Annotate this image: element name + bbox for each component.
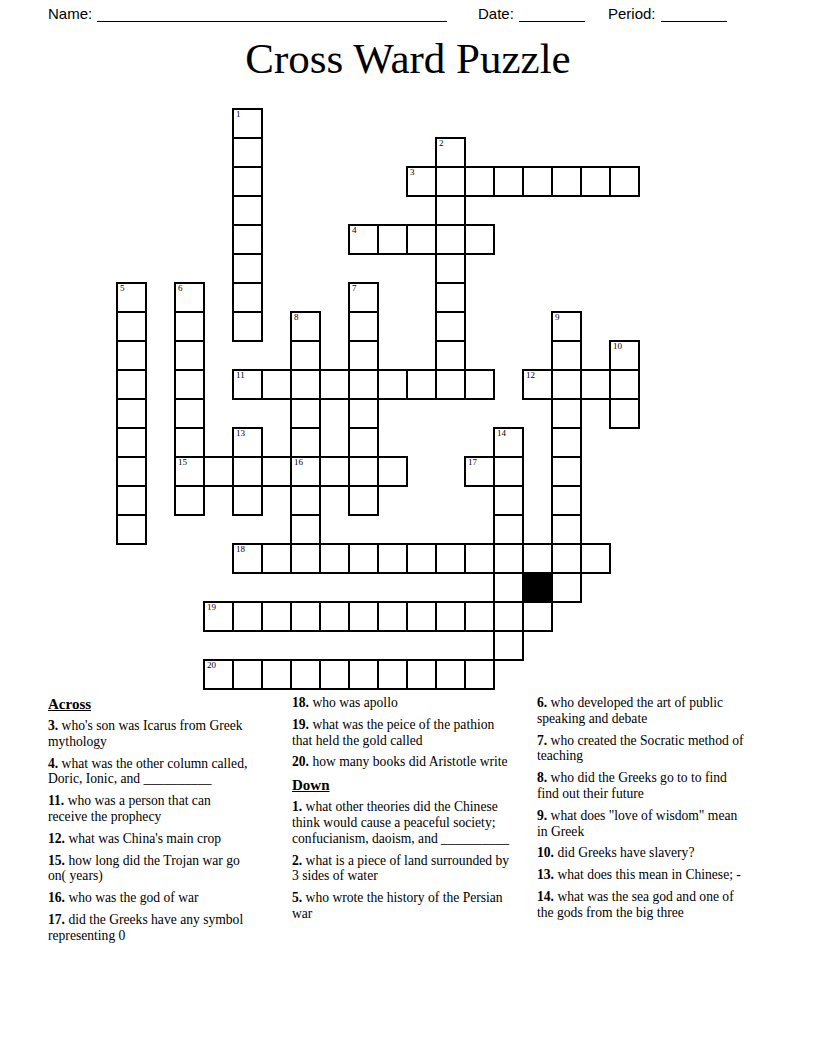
cell-r17c7[interactable] [319,601,350,632]
clue-across-16: 16. who was the god of war [48,890,250,906]
cell-number-19: 19 [207,602,216,612]
clue-across-17: 17. did the Greeks have any symbol repre… [48,912,250,944]
cell-r10c6[interactable] [290,398,321,429]
cell-r2c10[interactable]: 3 [406,166,437,197]
cell-r9c8[interactable] [348,369,379,400]
cell-r9c5[interactable] [261,369,292,400]
cell-number-7: 7 [352,283,357,293]
cell-r8c8[interactable] [348,340,379,371]
cell-r8c11[interactable] [435,340,466,371]
cell-number-4: 4 [352,225,357,235]
cell-r4c10[interactable] [406,224,437,255]
clues-column-2: 18. who was apollo19. what was the peice… [292,695,510,928]
cell-r12c13[interactable] [493,456,524,487]
cell-r17c14[interactable] [522,601,553,632]
cell-r17c3[interactable]: 19 [203,601,234,632]
cell-r2c12[interactable] [464,166,495,197]
date-field: Date: [478,5,585,22]
cell-r15c13[interactable] [493,543,524,574]
cell-r11c0[interactable] [116,427,147,458]
down-heading: Down [292,776,510,794]
cell-r15c11[interactable] [435,543,466,574]
cell-r19c11[interactable] [435,659,466,690]
cell-r17c11[interactable] [435,601,466,632]
cell-r16c13[interactable] [493,572,524,603]
cell-r3c11[interactable] [435,195,466,226]
cell-r19c7[interactable] [319,659,350,690]
cell-r13c0[interactable] [116,485,147,516]
cell-r12c4[interactable] [232,456,263,487]
cell-r12c3[interactable] [203,456,234,487]
clue-across-18: 18. who was apollo [292,695,510,711]
cell-r9c10[interactable] [406,369,437,400]
cell-r12c5[interactable] [261,456,292,487]
cell-r13c13[interactable] [493,485,524,516]
clues-column-3: 6. who developed the art of public speak… [537,695,744,927]
cell-r14c0[interactable] [116,514,147,545]
cell-r12c8[interactable] [348,456,379,487]
cell-r14c13[interactable] [493,514,524,545]
crossword-grid: 1234567891011121314151617181920 [116,108,640,690]
name-field: Name: [48,5,447,22]
cell-number-17: 17 [468,457,477,467]
cell-r11c2[interactable] [174,427,205,458]
clue-across-19: 19. what was the peice of the pathion th… [292,717,510,749]
cell-r12c15[interactable] [551,456,582,487]
clue-down-7: 7. who created the Socratic method of te… [537,733,744,765]
cell-r11c8[interactable] [348,427,379,458]
cell-r15c10[interactable] [406,543,437,574]
cell-r7c6[interactable]: 8 [290,311,321,342]
cell-r7c0[interactable] [116,311,147,342]
cell-r11c15[interactable] [551,427,582,458]
cell-r10c2[interactable] [174,398,205,429]
cell-r9c9[interactable] [377,369,408,400]
cell-r4c8[interactable]: 4 [348,224,379,255]
cell-r0c4[interactable]: 1 [232,108,263,139]
cell-r13c2[interactable] [174,485,205,516]
cell-number-15: 15 [178,457,187,467]
cell-r6c8[interactable]: 7 [348,282,379,313]
cell-r9c16[interactable] [580,369,611,400]
cell-r15c16[interactable] [580,543,611,574]
cell-r17c8[interactable] [348,601,379,632]
cell-r2c4[interactable] [232,166,263,197]
cell-r19c8[interactable] [348,659,379,690]
cell-r14c6[interactable] [290,514,321,545]
cell-r12c12[interactable]: 17 [464,456,495,487]
cell-number-2: 2 [439,138,444,148]
cell-r17c10[interactable] [406,601,437,632]
date-input-line[interactable] [519,6,585,22]
cell-r19c9[interactable] [377,659,408,690]
cell-number-6: 6 [178,283,183,293]
cell-r17c4[interactable] [232,601,263,632]
cell-r9c17[interactable] [609,369,640,400]
clue-across-4: 4. what was the other column called, Dor… [48,756,250,788]
cell-r12c0[interactable] [116,456,147,487]
cell-r9c14[interactable]: 12 [522,369,553,400]
cell-r2c13[interactable] [493,166,524,197]
cell-r7c2[interactable] [174,311,205,342]
cell-r12c7[interactable] [319,456,350,487]
cell-r10c8[interactable] [348,398,379,429]
cell-r4c4[interactable] [232,224,263,255]
cell-r2c17[interactable] [609,166,640,197]
cell-r13c15[interactable] [551,485,582,516]
cell-r15c9[interactable] [377,543,408,574]
clue-down-8: 8. who did the Greeks go to to find find… [537,770,744,802]
cell-r10c0[interactable] [116,398,147,429]
cell-r13c6[interactable] [290,485,321,516]
cell-number-8: 8 [294,312,299,322]
cell-r15c12[interactable] [464,543,495,574]
cell-r8c2[interactable] [174,340,205,371]
cell-number-1: 1 [236,109,241,119]
cell-r4c9[interactable] [377,224,408,255]
cell-r2c15[interactable] [551,166,582,197]
cell-r16c15[interactable] [551,572,582,603]
cell-r7c8[interactable] [348,311,379,342]
cell-number-10: 10 [613,341,622,351]
clues-column-1: Across3. who's son was Icarus from Greek… [48,695,250,950]
cell-r19c12[interactable] [464,659,495,690]
cell-number-13: 13 [236,428,245,438]
cell-r17c12[interactable] [464,601,495,632]
cell-number-20: 20 [207,660,216,670]
cell-r9c0[interactable] [116,369,147,400]
cell-r11c6[interactable] [290,427,321,458]
cell-r9c11[interactable] [435,369,466,400]
cell-r6c2[interactable]: 6 [174,282,205,313]
cell-r15c6[interactable] [290,543,321,574]
cell-r6c0[interactable]: 5 [116,282,147,313]
cell-r1c11[interactable]: 2 [435,137,466,168]
cell-r8c0[interactable] [116,340,147,371]
cell-r15c14[interactable] [522,543,553,574]
cell-number-3: 3 [410,167,415,177]
cell-r9c12[interactable] [464,369,495,400]
cell-r15c7[interactable] [319,543,350,574]
cell-r7c4[interactable] [232,311,263,342]
cell-r2c16[interactable] [580,166,611,197]
cell-r15c4[interactable]: 18 [232,543,263,574]
page-title: Cross Ward Puzzle [0,34,816,84]
cell-r2c11[interactable] [435,166,466,197]
cell-r17c6[interactable] [290,601,321,632]
cell-r8c15[interactable] [551,340,582,371]
across-heading: Across [48,695,250,713]
cell-r5c4[interactable] [232,253,263,284]
clue-down-6: 6. who developed the art of public speak… [537,695,744,727]
clue-down-1: 1. what other theories did the Chinese t… [292,799,510,846]
cell-r15c15[interactable] [551,543,582,574]
clue-across-3: 3. who's son was Icarus from Greek mytho… [48,718,250,750]
clue-down-10: 10. did Greeks have slavery? [537,845,744,861]
clue-across-15: 15. how long did the Trojan war go on( y… [48,853,250,885]
cell-r9c4[interactable]: 11 [232,369,263,400]
cell-r17c9[interactable] [377,601,408,632]
cell-r4c12[interactable] [464,224,495,255]
cell-r19c5[interactable] [261,659,292,690]
period-input-line[interactable] [661,6,727,22]
cell-number-11: 11 [236,370,245,380]
cell-r14c15[interactable] [551,514,582,545]
cell-r13c8[interactable] [348,485,379,516]
cell-number-5: 5 [120,283,125,293]
cell-r9c2[interactable] [174,369,205,400]
clue-across-11: 11. who was a person that can receive th… [48,793,250,825]
clue-down-2: 2. what is a piece of land surrounded by… [292,853,510,885]
period-field: Period: [608,5,727,22]
clue-down-14: 14. what was the sea god and one of the … [537,889,744,921]
name-label: Name: [48,5,92,22]
cell-r9c6[interactable] [290,369,321,400]
cell-r19c4[interactable] [232,659,263,690]
black-cell [522,572,553,603]
cell-r13c4[interactable] [232,485,263,516]
cell-r19c3[interactable]: 20 [203,659,234,690]
clue-down-13: 13. what does this mean in Chinese; - [537,867,744,883]
date-label: Date: [478,5,514,22]
cell-number-16: 16 [294,457,303,467]
cell-r15c5[interactable] [261,543,292,574]
cell-r10c17[interactable] [609,398,640,429]
cell-r19c10[interactable] [406,659,437,690]
cell-r4c11[interactable] [435,224,466,255]
cell-number-12: 12 [526,370,535,380]
cell-r12c6[interactable]: 16 [290,456,321,487]
cell-r8c17[interactable]: 10 [609,340,640,371]
cell-r2c14[interactable] [522,166,553,197]
cell-r6c11[interactable] [435,282,466,313]
cell-r11c13[interactable]: 14 [493,427,524,458]
clue-down-9: 9. what does "love of wisdom" mean in Gr… [537,808,744,840]
cell-r3c4[interactable] [232,195,263,226]
cell-number-9: 9 [555,312,560,322]
cell-r7c15[interactable]: 9 [551,311,582,342]
period-label: Period: [608,5,656,22]
cell-r17c13[interactable] [493,601,524,632]
cell-r11c4[interactable]: 13 [232,427,263,458]
cell-r9c7[interactable] [319,369,350,400]
cell-r1c4[interactable] [232,137,263,168]
cell-number-14: 14 [497,428,506,438]
clue-down-5: 5. who wrote the history of the Persian … [292,890,510,922]
cell-r12c2[interactable]: 15 [174,456,205,487]
clue-across-20: 20. how many books did Aristotle write [292,754,510,770]
cell-r12c9[interactable] [377,456,408,487]
cell-r17c5[interactable] [261,601,292,632]
cell-r6c4[interactable] [232,282,263,313]
cell-r19c6[interactable] [290,659,321,690]
cell-r15c8[interactable] [348,543,379,574]
clue-across-12: 12. what was China's main crop [48,831,250,847]
cell-r10c15[interactable] [551,398,582,429]
cell-r18c13[interactable] [493,630,524,661]
cell-number-18: 18 [236,544,245,554]
cell-r7c11[interactable] [435,311,466,342]
name-input-line[interactable] [97,6,447,22]
cell-r8c6[interactable] [290,340,321,371]
cell-r9c15[interactable] [551,369,582,400]
cell-r5c11[interactable] [435,253,466,284]
